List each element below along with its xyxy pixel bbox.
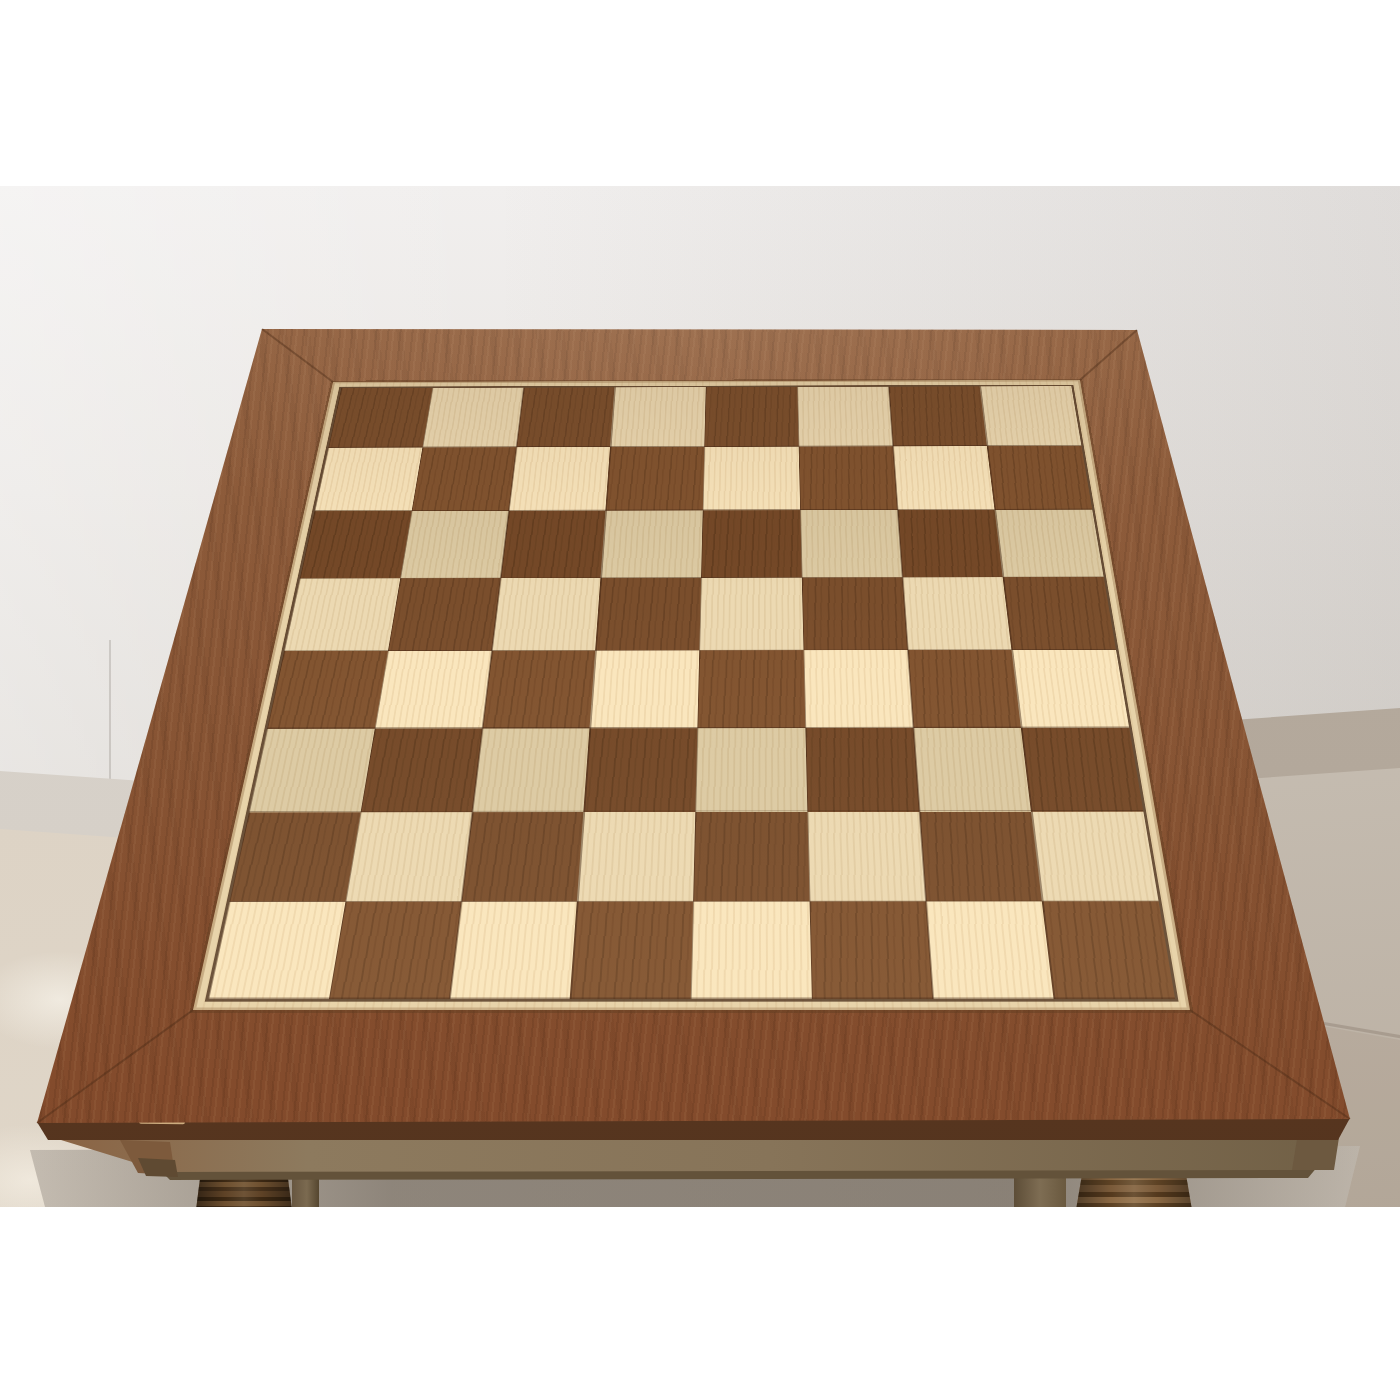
square-a3 <box>249 729 375 813</box>
white-matte-bottom <box>0 1207 1400 1400</box>
square-g8 <box>888 386 987 446</box>
square-e6 <box>701 510 802 578</box>
square-d5 <box>595 578 701 651</box>
square-h1 <box>1042 902 1175 1000</box>
square-h2 <box>1031 811 1158 901</box>
square-e5 <box>699 578 803 651</box>
wall-corner-seam <box>109 640 111 782</box>
photo-canvas <box>0 0 1400 1400</box>
square-d6 <box>601 510 703 578</box>
square-e7 <box>703 446 800 510</box>
square-g3 <box>913 728 1031 812</box>
square-f3 <box>805 728 919 812</box>
square-h8 <box>980 386 1082 446</box>
square-e8 <box>704 387 798 447</box>
square-a7 <box>315 447 423 511</box>
board-grid <box>208 386 1175 999</box>
square-h3 <box>1021 728 1143 812</box>
square-f2 <box>807 811 925 901</box>
square-g7 <box>893 446 995 510</box>
square-c4 <box>482 651 595 729</box>
chess-board <box>193 380 1190 1010</box>
square-b4 <box>375 651 492 729</box>
square-b5 <box>388 578 501 651</box>
square-c8 <box>516 387 614 447</box>
square-c1 <box>449 902 577 999</box>
square-b6 <box>400 511 508 579</box>
square-d3 <box>584 728 698 812</box>
square-h6 <box>995 509 1104 577</box>
square-d8 <box>610 387 706 447</box>
square-d7 <box>606 447 705 511</box>
square-a4 <box>267 651 388 729</box>
square-a2 <box>229 812 360 902</box>
square-b3 <box>360 728 482 812</box>
square-a8 <box>328 388 432 448</box>
square-f8 <box>797 387 893 447</box>
square-a6 <box>300 511 412 579</box>
square-g4 <box>907 650 1021 728</box>
square-f1 <box>809 902 932 999</box>
square-g6 <box>897 510 1003 578</box>
square-c7 <box>508 447 610 511</box>
square-c2 <box>461 812 584 902</box>
square-d2 <box>577 812 695 902</box>
square-e3 <box>695 728 807 812</box>
square-f7 <box>798 446 897 510</box>
square-f6 <box>800 510 902 578</box>
square-g1 <box>926 902 1054 1000</box>
square-f5 <box>802 578 908 651</box>
square-d4 <box>590 650 700 728</box>
square-g2 <box>919 811 1042 901</box>
square-b7 <box>411 447 516 511</box>
square-a1 <box>208 902 345 999</box>
square-g5 <box>902 577 1011 650</box>
square-c3 <box>472 728 590 812</box>
square-h4 <box>1012 650 1129 728</box>
square-e2 <box>693 812 809 902</box>
square-h7 <box>987 446 1092 510</box>
square-e4 <box>697 650 805 728</box>
white-matte-top <box>0 0 1400 186</box>
square-d1 <box>570 902 693 999</box>
square-f4 <box>803 650 913 728</box>
square-h5 <box>1003 577 1116 650</box>
square-b1 <box>329 902 461 999</box>
square-c5 <box>491 578 600 651</box>
square-e1 <box>691 902 812 999</box>
square-a5 <box>284 578 400 651</box>
square-b2 <box>345 812 472 902</box>
square-c6 <box>500 510 605 578</box>
square-b8 <box>422 388 523 448</box>
